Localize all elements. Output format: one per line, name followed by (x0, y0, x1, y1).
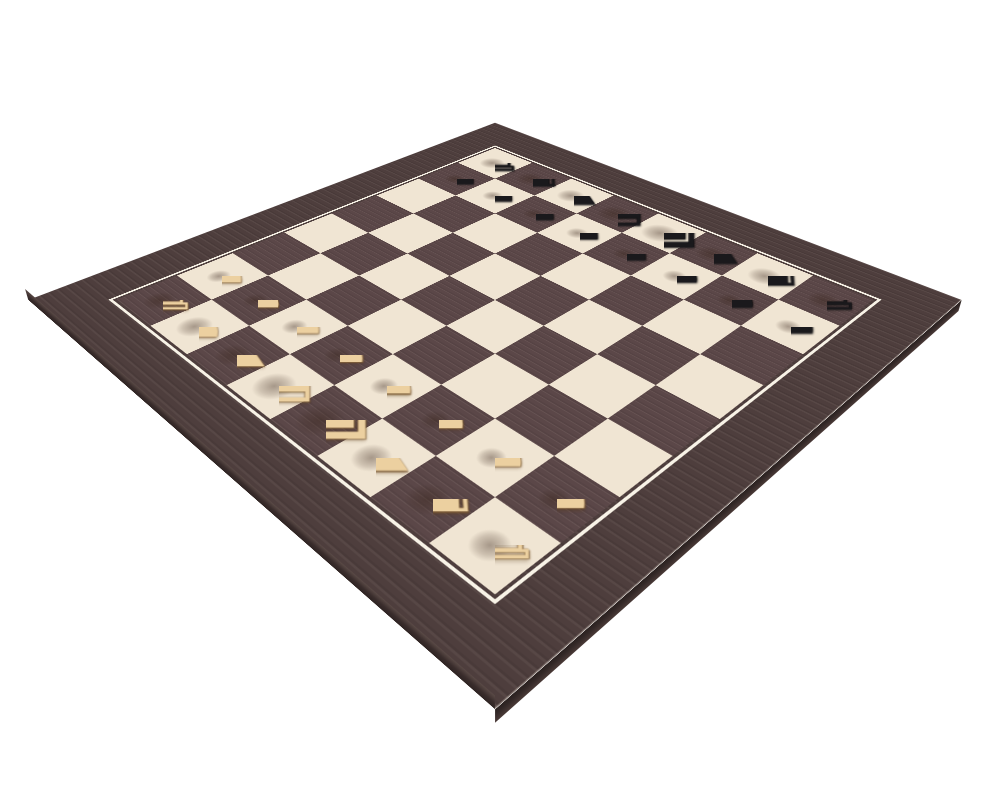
pawn-glyph: ♟ (701, 250, 762, 318)
product-photo-scene: ♜♞♝♛♚♝♞♜♟♟♟♟♟♟♟♟♟♟♟♟♟♟♟♟♜♞♝♛♚♝♞♜ (0, 0, 1000, 800)
pawn-glyph: ♟ (759, 274, 823, 345)
rook-glyph: ♜ (441, 456, 548, 576)
chess-board: ♜♞♝♛♚♝♞♜♟♟♟♟♟♟♟♟♟♟♟♟♟♟♟♟♜♞♝♛♚♝♞♜ (28, 123, 961, 709)
